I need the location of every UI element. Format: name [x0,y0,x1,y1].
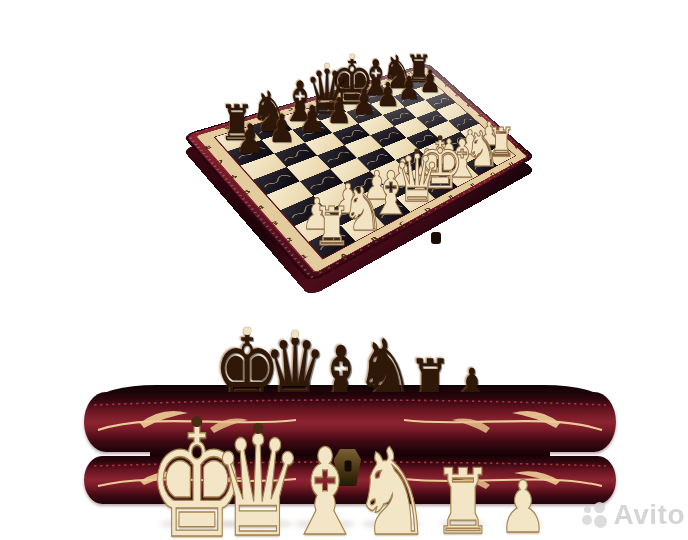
pawn-glyph: ♟ [499,471,547,540]
piece-white-rook-a1: ♜ [308,200,356,253]
pawn-glyph: ♟ [298,101,325,138]
avito-logo-icon [582,502,609,529]
product-photo: ABCDEFGH ABCDEFGH 87654321 87654321 ♜♞♝♛… [0,0,688,540]
avito-watermark: Avito [582,499,685,531]
rook-glyph: ♜ [433,457,494,540]
pawn-glyph: ♟ [326,93,352,129]
pawn-glyph: ♟ [352,85,377,120]
finial-tip [291,330,299,338]
board-clasp-knob [431,232,441,244]
piece-black-pawn-a7: ♟ [231,120,267,161]
piece-black-pawn-b7: ♟ [265,110,300,149]
pawn-glyph: ♟ [235,120,264,161]
watermark-text: Avito [614,499,685,531]
pawn-glyph: ♟ [268,110,296,149]
rook-glyph: ♜ [313,200,351,253]
knight-glyph: ♞ [352,433,433,540]
piece-black-pawn-c7: ♟ [295,101,328,138]
finial-tip [243,327,251,335]
finial-tip [414,149,419,154]
lineup-light-pawn: ♟ [491,471,556,540]
